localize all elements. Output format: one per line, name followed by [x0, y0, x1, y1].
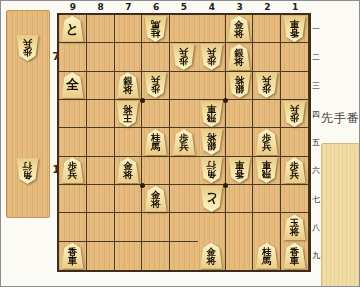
piece-全-sente-93[interactable]: 全 — [61, 72, 84, 98]
square-7-6[interactable]: 金将 — [115, 157, 143, 185]
square-4-9[interactable]: 金将 — [198, 242, 226, 270]
piece-face: 銀将 — [228, 72, 251, 98]
piece-歩兵-gote-23[interactable]: 歩兵 — [255, 72, 278, 98]
piece-face: 香車 — [228, 157, 251, 183]
piece-face: 香車 — [61, 243, 84, 269]
piece-face: 角行 — [200, 157, 223, 183]
square-1-3[interactable] — [281, 72, 309, 100]
square-4-7[interactable]: と — [198, 185, 226, 213]
piece-桂馬-gote-61[interactable]: 桂馬 — [144, 16, 167, 42]
square-7-8[interactable] — [115, 213, 143, 241]
piece-角行-gote-in-hand[interactable]: 角行 — [16, 158, 39, 184]
square-8-8[interactable] — [87, 213, 115, 241]
piece-角行-gote-46[interactable]: 角行 — [200, 157, 223, 183]
rank-label-二: 二 — [310, 43, 322, 71]
square-5-7[interactable] — [170, 185, 198, 213]
square-5-5[interactable]: 歩兵 — [170, 128, 198, 156]
square-2-3[interactable]: 歩兵 — [253, 72, 281, 100]
piece-face: 歩兵 — [255, 72, 278, 98]
square-5-9[interactable] — [170, 242, 198, 270]
square-9-5[interactable] — [59, 128, 87, 156]
square-3-9[interactable] — [226, 242, 254, 270]
square-3-5[interactable] — [226, 128, 254, 156]
square-4-6[interactable]: 角行 — [198, 157, 226, 185]
square-9-1[interactable]: と — [59, 15, 87, 43]
piece-face: 金将 — [116, 157, 139, 183]
square-7-1[interactable] — [115, 15, 143, 43]
piece-歩兵-gote-in-hand[interactable]: 歩兵 — [16, 35, 39, 61]
piece-face: 桂馬 — [255, 243, 278, 269]
shogi-app-window: 歩兵角行 7 1 987654321 一二三四五六七八九 と桂馬金将香車歩兵歩兵… — [0, 0, 360, 287]
square-9-6[interactable]: 歩兵 — [59, 157, 87, 185]
square-4-8[interactable] — [198, 213, 226, 241]
square-6-7[interactable]: 金将 — [142, 185, 170, 213]
square-2-1[interactable] — [253, 15, 281, 43]
turn-indicator: 先手番 — [321, 110, 360, 127]
piece-飛車-gote-44[interactable]: 飛車 — [200, 101, 223, 127]
square-1-6[interactable]: 歩兵 — [281, 157, 309, 185]
piece-飛車-gote-26[interactable]: 飛車 — [255, 157, 278, 183]
square-6-3[interactable]: 歩兵 — [142, 72, 170, 100]
square-7-9[interactable] — [115, 242, 143, 270]
piece-face: 金将 — [144, 186, 167, 212]
square-4-1[interactable] — [198, 15, 226, 43]
piece-face: 歩兵 — [283, 101, 306, 127]
piece-香車-gote-11[interactable]: 香車 — [283, 16, 306, 42]
piece-玉将-sente-18[interactable]: 玉将 — [283, 214, 306, 240]
piece-と-gote-47[interactable]: と — [200, 186, 223, 212]
square-5-8[interactable] — [170, 213, 198, 241]
file-label-8: 8 — [87, 1, 115, 13]
square-6-6[interactable] — [142, 157, 170, 185]
piece-face: 銀将 — [200, 129, 223, 155]
square-4-2[interactable]: 歩兵 — [198, 43, 226, 71]
file-label-1: 1 — [281, 1, 309, 13]
square-2-2[interactable] — [253, 43, 281, 71]
piece-金将-sente-49[interactable]: 金将 — [200, 243, 223, 269]
shogi-board[interactable]: と桂馬金将香車歩兵歩兵銀将全銀将歩兵銀将歩兵王将飛車歩兵桂馬歩兵銀将歩兵歩兵金将… — [57, 13, 311, 272]
piece-face: 角行 — [16, 158, 39, 184]
square-9-8[interactable] — [59, 213, 87, 241]
square-8-3[interactable] — [87, 72, 115, 100]
square-5-4[interactable] — [170, 100, 198, 128]
square-9-4[interactable] — [59, 100, 87, 128]
piece-face: 飛車 — [255, 157, 278, 183]
square-8-4[interactable] — [87, 100, 115, 128]
piece-歩兵-gote-14[interactable]: 歩兵 — [283, 101, 306, 127]
piece-金将-sente-67[interactable]: 金将 — [144, 186, 167, 212]
square-2-7[interactable] — [253, 185, 281, 213]
square-3-1[interactable]: 金将 — [226, 15, 254, 43]
piece-face: 銀将 — [116, 72, 139, 98]
piece-香車-gote-36[interactable]: 香車 — [228, 157, 251, 183]
piece-歩兵-sente-55[interactable]: 歩兵 — [172, 129, 195, 155]
gote-hand-tray[interactable]: 歩兵角行 — [6, 10, 50, 218]
piece-face: 桂馬 — [144, 129, 167, 155]
square-6-9[interactable] — [142, 242, 170, 270]
square-7-4[interactable]: 王将 — [115, 100, 143, 128]
piece-銀将-sente-73[interactable]: 銀将 — [116, 72, 139, 98]
piece-と-sente-91[interactable]: と — [61, 16, 84, 42]
piece-歩兵-gote-63[interactable]: 歩兵 — [144, 72, 167, 98]
square-8-9[interactable] — [87, 242, 115, 270]
piece-face: 歩兵 — [255, 129, 278, 155]
square-8-2[interactable] — [87, 43, 115, 71]
piece-桂馬-sente-65[interactable]: 桂馬 — [144, 129, 167, 155]
file-labels: 987654321 — [59, 1, 309, 13]
piece-face: 歩兵 — [144, 72, 167, 98]
square-5-2[interactable]: 歩兵 — [170, 43, 198, 71]
square-5-6[interactable] — [170, 157, 198, 185]
piece-face: 飛車 — [200, 101, 223, 127]
piece-face: と — [200, 186, 223, 212]
piece-face: 香車 — [283, 16, 306, 42]
piece-香車-sente-99[interactable]: 香車 — [61, 243, 84, 269]
piece-face: 歩兵 — [172, 44, 195, 70]
sente-hand-tray-empty[interactable] — [321, 143, 360, 287]
square-4-5[interactable]: 銀将 — [198, 128, 226, 156]
rank-label-三: 三 — [310, 72, 322, 100]
square-8-5[interactable] — [87, 128, 115, 156]
piece-face: 金将 — [200, 243, 223, 269]
square-8-7[interactable] — [87, 185, 115, 213]
file-label-4: 4 — [198, 1, 226, 13]
square-7-2[interactable] — [115, 43, 143, 71]
square-6-4[interactable] — [142, 100, 170, 128]
square-7-5[interactable] — [115, 128, 143, 156]
piece-face: 歩兵 — [61, 157, 84, 183]
piece-face: 桂馬 — [144, 16, 167, 42]
square-7-3[interactable]: 銀将 — [115, 72, 143, 100]
square-4-4[interactable]: 飛車 — [198, 100, 226, 128]
piece-face: 香車 — [283, 243, 306, 269]
square-3-8[interactable] — [226, 213, 254, 241]
file-label-2: 2 — [253, 1, 281, 13]
square-2-9[interactable]: 桂馬 — [253, 242, 281, 270]
piece-face: 歩兵 — [172, 129, 195, 155]
square-7-7[interactable] — [115, 185, 143, 213]
square-2-8[interactable] — [253, 213, 281, 241]
piece-銀将-gote-45[interactable]: 銀将 — [200, 129, 223, 155]
square-9-3[interactable]: 全 — [59, 72, 87, 100]
piece-王将-gote-74[interactable]: 王将 — [116, 101, 139, 127]
piece-歩兵-sente-96[interactable]: 歩兵 — [61, 157, 84, 183]
file-label-6: 6 — [142, 1, 170, 13]
piece-金将-sente-31[interactable]: 金将 — [228, 16, 251, 42]
piece-face: 玉将 — [283, 214, 306, 240]
square-8-6[interactable] — [87, 157, 115, 185]
square-6-1[interactable]: 桂馬 — [142, 15, 170, 43]
square-3-4[interactable] — [226, 100, 254, 128]
piece-歩兵-sente-25[interactable]: 歩兵 — [255, 129, 278, 155]
square-1-5[interactable] — [281, 128, 309, 156]
square-3-7[interactable] — [226, 185, 254, 213]
piece-桂馬-sente-29[interactable]: 桂馬 — [255, 243, 278, 269]
piece-face: 全 — [61, 72, 84, 98]
piece-face: 金将 — [228, 16, 251, 42]
rank-label-一: 一 — [310, 15, 322, 43]
file-label-3: 3 — [226, 1, 254, 13]
square-9-7[interactable] — [59, 185, 87, 213]
piece-歩兵-gote-52[interactable]: 歩兵 — [172, 44, 195, 70]
square-6-5[interactable]: 桂馬 — [142, 128, 170, 156]
square-3-6[interactable]: 香車 — [226, 157, 254, 185]
square-1-2[interactable] — [281, 43, 309, 71]
square-5-3[interactable] — [170, 72, 198, 100]
piece-歩兵-gote-42[interactable]: 歩兵 — [200, 44, 223, 70]
piece-face: 王将 — [116, 101, 139, 127]
square-9-2[interactable] — [59, 43, 87, 71]
square-2-4[interactable] — [253, 100, 281, 128]
square-2-6[interactable]: 飛車 — [253, 157, 281, 185]
file-label-5: 5 — [170, 1, 198, 13]
square-1-9[interactable]: 香車 — [281, 242, 309, 270]
square-1-4[interactable]: 歩兵 — [281, 100, 309, 128]
square-9-9[interactable]: 香車 — [59, 242, 87, 270]
piece-face: 歩兵 — [200, 44, 223, 70]
square-1-7[interactable] — [281, 185, 309, 213]
file-label-9: 9 — [59, 1, 87, 13]
piece-face: と — [61, 16, 84, 42]
piece-金将-sente-76[interactable]: 金将 — [116, 157, 139, 183]
square-6-2[interactable] — [142, 43, 170, 71]
square-1-8[interactable]: 玉将 — [281, 213, 309, 241]
square-2-5[interactable]: 歩兵 — [253, 128, 281, 156]
square-5-1[interactable] — [170, 15, 198, 43]
piece-銀将-gote-33[interactable]: 銀将 — [228, 72, 251, 98]
square-1-1[interactable]: 香車 — [281, 15, 309, 43]
square-6-8[interactable] — [142, 213, 170, 241]
piece-香車-sente-19[interactable]: 香車 — [283, 243, 306, 269]
square-8-1[interactable] — [87, 15, 115, 43]
piece-銀将-sente-32[interactable]: 銀将 — [228, 44, 251, 70]
piece-face: 歩兵 — [16, 35, 39, 61]
file-label-7: 7 — [115, 1, 143, 13]
piece-歩兵-sente-16[interactable]: 歩兵 — [283, 157, 306, 183]
square-4-3[interactable] — [198, 72, 226, 100]
square-3-3[interactable]: 銀将 — [226, 72, 254, 100]
piece-face: 歩兵 — [283, 157, 306, 183]
piece-face: 銀将 — [228, 44, 251, 70]
square-3-2[interactable]: 銀将 — [226, 43, 254, 71]
